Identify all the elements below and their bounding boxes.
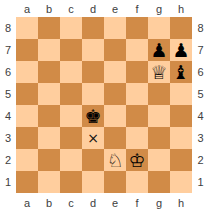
- white-king-piece[interactable]: ♔: [128, 149, 145, 171]
- board-corner: [192, 0, 209, 17]
- square-a8[interactable]: [16, 17, 38, 39]
- rank-label-3-left: 3: [0, 127, 16, 149]
- square-g1[interactable]: [148, 171, 170, 193]
- square-h4[interactable]: [170, 105, 192, 127]
- board-corner: [0, 0, 16, 17]
- chess-board-diagram: abcdefgh887♟♟76♕♝6554♚43×32♘♔211abcdefgh: [0, 0, 209, 212]
- square-e1[interactable]: [104, 171, 126, 193]
- square-e4[interactable]: [104, 105, 126, 127]
- square-d6[interactable]: [82, 61, 104, 83]
- square-c6[interactable]: [60, 61, 82, 83]
- square-e3[interactable]: [104, 127, 126, 149]
- square-b4[interactable]: [38, 105, 60, 127]
- rank-label-8-right: 8: [192, 17, 209, 39]
- file-label-g-bottom: g: [148, 193, 170, 212]
- square-e5[interactable]: [104, 83, 126, 105]
- rank-label-6-right: 6: [192, 61, 209, 83]
- file-label-h-bottom: h: [170, 193, 192, 212]
- square-d8[interactable]: [82, 17, 104, 39]
- square-g7[interactable]: ♟: [148, 39, 170, 61]
- square-f6[interactable]: [126, 61, 148, 83]
- rank-label-8-left: 8: [0, 17, 16, 39]
- square-c4[interactable]: [60, 105, 82, 127]
- square-a2[interactable]: [16, 149, 38, 171]
- square-e8[interactable]: [104, 17, 126, 39]
- square-g8[interactable]: [148, 17, 170, 39]
- square-b7[interactable]: [38, 39, 60, 61]
- square-h3[interactable]: [170, 127, 192, 149]
- square-e7[interactable]: [104, 39, 126, 61]
- rank-label-4-left: 4: [0, 105, 16, 127]
- rank-label-2-left: 2: [0, 149, 16, 171]
- square-h8[interactable]: [170, 17, 192, 39]
- black-bishop-piece[interactable]: ♝: [172, 61, 189, 83]
- rank-label-5-left: 5: [0, 83, 16, 105]
- square-f4[interactable]: [126, 105, 148, 127]
- square-b1[interactable]: [38, 171, 60, 193]
- square-h7[interactable]: ♟: [170, 39, 192, 61]
- square-e2[interactable]: ♘: [104, 149, 126, 171]
- file-label-a-top: a: [16, 0, 38, 17]
- rank-label-7-left: 7: [0, 39, 16, 61]
- rank-label-2-right: 2: [192, 149, 209, 171]
- square-f5[interactable]: [126, 83, 148, 105]
- square-h5[interactable]: [170, 83, 192, 105]
- square-d5[interactable]: [82, 83, 104, 105]
- file-label-b-top: b: [38, 0, 60, 17]
- file-label-e-top: e: [104, 0, 126, 17]
- square-d2[interactable]: [82, 149, 104, 171]
- square-f1[interactable]: [126, 171, 148, 193]
- x-annotation: ×: [87, 127, 99, 149]
- rank-label-7-right: 7: [192, 39, 209, 61]
- square-a5[interactable]: [16, 83, 38, 105]
- square-a3[interactable]: [16, 127, 38, 149]
- file-label-d-top: d: [82, 0, 104, 17]
- file-label-h-top: h: [170, 0, 192, 17]
- square-d7[interactable]: [82, 39, 104, 61]
- file-label-d-bottom: d: [82, 193, 104, 212]
- file-label-a-bottom: a: [16, 193, 38, 212]
- white-knight-piece[interactable]: ♘: [106, 149, 123, 171]
- square-d1[interactable]: [82, 171, 104, 193]
- rank-label-1-left: 1: [0, 171, 16, 193]
- black-pawn-piece[interactable]: ♟: [150, 39, 167, 61]
- square-a6[interactable]: [16, 61, 38, 83]
- square-c8[interactable]: [60, 17, 82, 39]
- rank-label-4-right: 4: [192, 105, 209, 127]
- white-queen-piece[interactable]: ♕: [150, 61, 167, 83]
- rank-label-6-left: 6: [0, 61, 16, 83]
- square-a4[interactable]: [16, 105, 38, 127]
- rank-label-1-right: 1: [192, 171, 209, 193]
- square-g3[interactable]: [148, 127, 170, 149]
- square-c7[interactable]: [60, 39, 82, 61]
- square-a1[interactable]: [16, 171, 38, 193]
- square-b2[interactable]: [38, 149, 60, 171]
- square-c5[interactable]: [60, 83, 82, 105]
- square-h1[interactable]: [170, 171, 192, 193]
- square-g5[interactable]: [148, 83, 170, 105]
- square-f2[interactable]: ♔: [126, 149, 148, 171]
- file-label-c-top: c: [60, 0, 82, 17]
- square-b8[interactable]: [38, 17, 60, 39]
- board-corner: [0, 193, 16, 212]
- black-king-piece[interactable]: ♚: [84, 105, 101, 127]
- square-a7[interactable]: [16, 39, 38, 61]
- square-h6[interactable]: ♝: [170, 61, 192, 83]
- square-c3[interactable]: [60, 127, 82, 149]
- square-c2[interactable]: [60, 149, 82, 171]
- square-f7[interactable]: [126, 39, 148, 61]
- rank-label-5-right: 5: [192, 83, 209, 105]
- file-label-e-bottom: e: [104, 193, 126, 212]
- file-label-g-top: g: [148, 0, 170, 17]
- square-h2[interactable]: [170, 149, 192, 171]
- square-c1[interactable]: [60, 171, 82, 193]
- square-g2[interactable]: [148, 149, 170, 171]
- board-corner: [192, 193, 209, 212]
- file-label-f-bottom: f: [126, 193, 148, 212]
- square-g4[interactable]: [148, 105, 170, 127]
- square-d3[interactable]: ×: [82, 127, 104, 149]
- square-d4[interactable]: ♚: [82, 105, 104, 127]
- square-b3[interactable]: [38, 127, 60, 149]
- file-label-b-bottom: b: [38, 193, 60, 212]
- rank-label-3-right: 3: [192, 127, 209, 149]
- square-f8[interactable]: [126, 17, 148, 39]
- black-pawn-piece[interactable]: ♟: [172, 39, 189, 61]
- file-label-c-bottom: c: [60, 193, 82, 212]
- square-b6[interactable]: [38, 61, 60, 83]
- file-label-f-top: f: [126, 0, 148, 17]
- square-b5[interactable]: [38, 83, 60, 105]
- square-g6[interactable]: ♕: [148, 61, 170, 83]
- square-e6[interactable]: [104, 61, 126, 83]
- square-f3[interactable]: [126, 127, 148, 149]
